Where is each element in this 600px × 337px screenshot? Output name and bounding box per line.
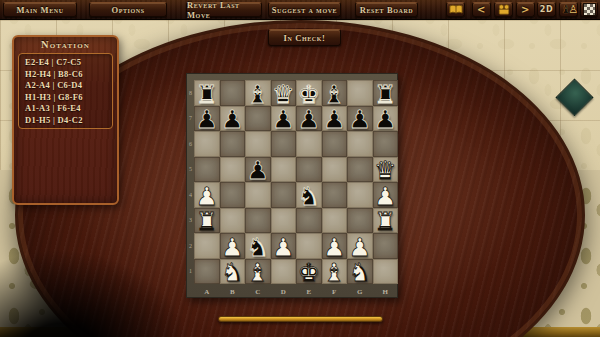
next-move-button[interactable]: > [516, 2, 535, 17]
black-pawn-f7[interactable]: ♟ [322, 107, 348, 133]
square-h5[interactable]: ♛ [373, 157, 399, 183]
notation-move: A2-A4 | C6-D4 [25, 80, 112, 92]
file-label-a: A [194, 286, 220, 297]
square-h3[interactable]: ♜ [373, 208, 399, 234]
square-f7[interactable]: ♟ [322, 106, 348, 132]
square-c8[interactable]: ♝ [245, 80, 271, 106]
chess-board: 87654321 ♜♝♛♚♝♜♟♟♟♟♟♟♟♟♛♟♞♟♜♜♟♞♟♟♟♞♝♚♝♞ … [186, 73, 398, 298]
black-rook-a8[interactable]: ♜ [194, 82, 220, 108]
square-g8[interactable] [347, 80, 373, 106]
black-knight-c2[interactable]: ♞ [245, 235, 271, 261]
square-d7[interactable]: ♟ [271, 106, 297, 132]
moves-book-button[interactable] [446, 2, 465, 17]
square-h1[interactable] [373, 259, 399, 285]
white-knight-g1[interactable]: ♞ [347, 260, 373, 286]
square-h8[interactable]: ♜ [373, 80, 399, 106]
notation-panel: Notation E2-E4 | C7-C5H2-H4 | B8-C6A2-A4… [12, 35, 119, 205]
options-button[interactable]: Options [89, 2, 167, 17]
square-h2[interactable] [373, 233, 399, 259]
square-a7[interactable]: ♟ [194, 106, 220, 132]
square-g3[interactable] [347, 208, 373, 234]
square-a8[interactable]: ♜ [194, 80, 220, 106]
black-king-e8[interactable]: ♚ [296, 82, 322, 108]
square-e7[interactable]: ♟ [296, 106, 322, 132]
square-f2[interactable]: ♟ [322, 233, 348, 259]
black-knight-e4[interactable]: ♞ [296, 184, 322, 210]
square-c5[interactable]: ♟ [245, 157, 271, 183]
square-d6[interactable] [271, 131, 297, 157]
notation-moves-list[interactable]: E2-E4 | C7-C5H2-H4 | B8-C6A2-A4 | C6-D4H… [18, 53, 113, 129]
dark-piece-icon: ♝ [561, 4, 569, 15]
black-pawn-b7[interactable]: ♟ [220, 107, 246, 133]
square-f1[interactable]: ♝ [322, 259, 348, 285]
file-label-d: D [271, 286, 297, 297]
square-e8[interactable]: ♚ [296, 80, 322, 106]
square-c6[interactable] [245, 131, 271, 157]
square-f5[interactable] [322, 157, 348, 183]
notation-title: Notation [14, 37, 117, 50]
notation-move: H1-H3 | G8-F6 [25, 92, 112, 104]
square-a5[interactable] [194, 157, 220, 183]
top-menu-bar: Main Menu Options Revert Last Move Sugge… [0, 0, 600, 20]
square-b4[interactable] [220, 182, 246, 208]
square-a3[interactable]: ♜ [194, 208, 220, 234]
rank-label-7: 7 [187, 106, 194, 132]
book-icon [449, 4, 463, 15]
white-knight-b1[interactable]: ♞ [220, 260, 246, 286]
movie-camera-icon [497, 4, 511, 15]
white-rook-a3[interactable]: ♜ [194, 209, 220, 235]
revert-last-move-button[interactable]: Revert Last Move [186, 2, 262, 17]
file-label-f: F [322, 286, 348, 297]
square-b5[interactable] [220, 157, 246, 183]
white-queen-h5[interactable]: ♛ [373, 158, 399, 184]
black-pawn-c5[interactable]: ♟ [245, 158, 271, 184]
in-check-banner: In Check! [268, 29, 341, 46]
file-label-e: E [296, 286, 322, 297]
square-b7[interactable]: ♟ [220, 106, 246, 132]
square-d4[interactable] [271, 182, 297, 208]
square-f6[interactable] [322, 131, 348, 157]
square-b2[interactable]: ♟ [220, 233, 246, 259]
square-e3[interactable] [296, 208, 322, 234]
rank-label-3: 3 [187, 208, 194, 234]
square-g2[interactable]: ♟ [347, 233, 373, 259]
white-bishop-f1[interactable]: ♝ [322, 260, 348, 286]
square-b6[interactable] [220, 131, 246, 157]
square-d8[interactable]: ♛ [271, 80, 297, 106]
square-c2[interactable]: ♞ [245, 233, 271, 259]
board-style-button[interactable] [580, 2, 598, 17]
main-menu-button[interactable]: Main Menu [3, 2, 77, 17]
file-labels: ABCDEFGH [194, 286, 398, 297]
square-a4[interactable]: ♟ [194, 182, 220, 208]
replay-movie-button[interactable] [494, 2, 513, 17]
black-rook-h8[interactable]: ♜ [373, 82, 399, 108]
rank-label-5: 5 [187, 157, 194, 183]
white-pawn-b2[interactable]: ♟ [220, 235, 246, 261]
checkerboard-icon [583, 3, 596, 16]
white-rook-h3[interactable]: ♜ [373, 209, 399, 235]
black-pawn-h7[interactable]: ♟ [373, 107, 399, 133]
black-pawn-e7[interactable]: ♟ [296, 107, 322, 133]
square-e1[interactable]: ♚ [296, 259, 322, 285]
square-h4[interactable]: ♟ [373, 182, 399, 208]
square-c1[interactable]: ♝ [245, 259, 271, 285]
black-pawn-g7[interactable]: ♟ [347, 107, 373, 133]
black-pawn-a7[interactable]: ♟ [194, 107, 220, 133]
square-d1[interactable] [271, 259, 297, 285]
square-a1[interactable] [194, 259, 220, 285]
corner-shadow [0, 250, 190, 337]
view-2d-toggle-button[interactable]: 2D [537, 2, 556, 17]
white-king-e1[interactable]: ♚ [296, 260, 322, 286]
square-a6[interactable] [194, 131, 220, 157]
white-pawn-f2[interactable]: ♟ [322, 235, 348, 261]
square-g6[interactable] [347, 131, 373, 157]
square-d5[interactable] [271, 157, 297, 183]
chevron-left-icon: < [477, 4, 486, 15]
square-b1[interactable]: ♞ [220, 259, 246, 285]
square-b3[interactable] [220, 208, 246, 234]
square-c3[interactable] [245, 208, 271, 234]
square-f8[interactable]: ♝ [322, 80, 348, 106]
square-g5[interactable] [347, 157, 373, 183]
notation-move: E2-E4 | C7-C5 [25, 57, 112, 69]
notation-move: D1-H5 | D4-C2 [25, 115, 112, 127]
file-label-g: G [347, 286, 373, 297]
notation-move: H2-H4 | B8-C6 [25, 69, 112, 81]
rank-labels: 87654321 [187, 80, 194, 284]
square-d3[interactable] [271, 208, 297, 234]
black-queen-d8[interactable]: ♛ [271, 82, 297, 108]
square-c4[interactable] [245, 182, 271, 208]
square-e2[interactable] [296, 233, 322, 259]
white-bishop-c1[interactable]: ♝ [245, 260, 271, 286]
square-b8[interactable] [220, 80, 246, 106]
black-pawn-d7[interactable]: ♟ [271, 107, 297, 133]
square-e4[interactable]: ♞ [296, 182, 322, 208]
square-e6[interactable] [296, 131, 322, 157]
notation-move: A1-A3 | F6-E4 [25, 103, 112, 115]
square-f4[interactable] [322, 182, 348, 208]
square-d2[interactable]: ♟ [271, 233, 297, 259]
black-bishop-c8[interactable]: ♝ [245, 82, 271, 108]
white-pawn-h4[interactable]: ♟ [373, 184, 399, 210]
rank-label-8: 8 [187, 80, 194, 106]
white-pawn-g2[interactable]: ♟ [347, 235, 373, 261]
rank-label-2: 2 [187, 233, 194, 259]
reset-board-button[interactable]: Reset Board [355, 2, 418, 17]
light-piece-icon: ♙ [569, 4, 577, 15]
rank-label-1: 1 [187, 259, 194, 285]
square-f3[interactable] [322, 208, 348, 234]
file-label-b: B [220, 286, 246, 297]
suggest-a-move-button[interactable]: Suggest a move [268, 2, 341, 17]
square-c7[interactable] [245, 106, 271, 132]
progress-gold-bar [218, 316, 383, 322]
file-label-c: C [245, 286, 271, 297]
white-pawn-d2[interactable]: ♟ [271, 235, 297, 261]
rank-label-6: 6 [187, 131, 194, 157]
previous-move-button[interactable]: < [472, 2, 491, 17]
square-h6[interactable] [373, 131, 399, 157]
square-g7[interactable]: ♟ [347, 106, 373, 132]
square-g1[interactable]: ♞ [347, 259, 373, 285]
file-label-h: H [373, 286, 399, 297]
square-e5[interactable] [296, 157, 322, 183]
rank-label-4: 4 [187, 182, 194, 208]
black-bishop-f8[interactable]: ♝ [322, 82, 348, 108]
square-h7[interactable]: ♟ [373, 106, 399, 132]
chevron-right-icon: > [521, 4, 530, 15]
piece-set-button[interactable]: ♝♙ [559, 2, 578, 17]
square-a2[interactable] [194, 233, 220, 259]
square-g4[interactable] [347, 182, 373, 208]
board-squares: ♜♝♛♚♝♜♟♟♟♟♟♟♟♟♛♟♞♟♜♜♟♞♟♟♟♞♝♚♝♞ [194, 80, 398, 284]
white-pawn-a4[interactable]: ♟ [194, 184, 220, 210]
